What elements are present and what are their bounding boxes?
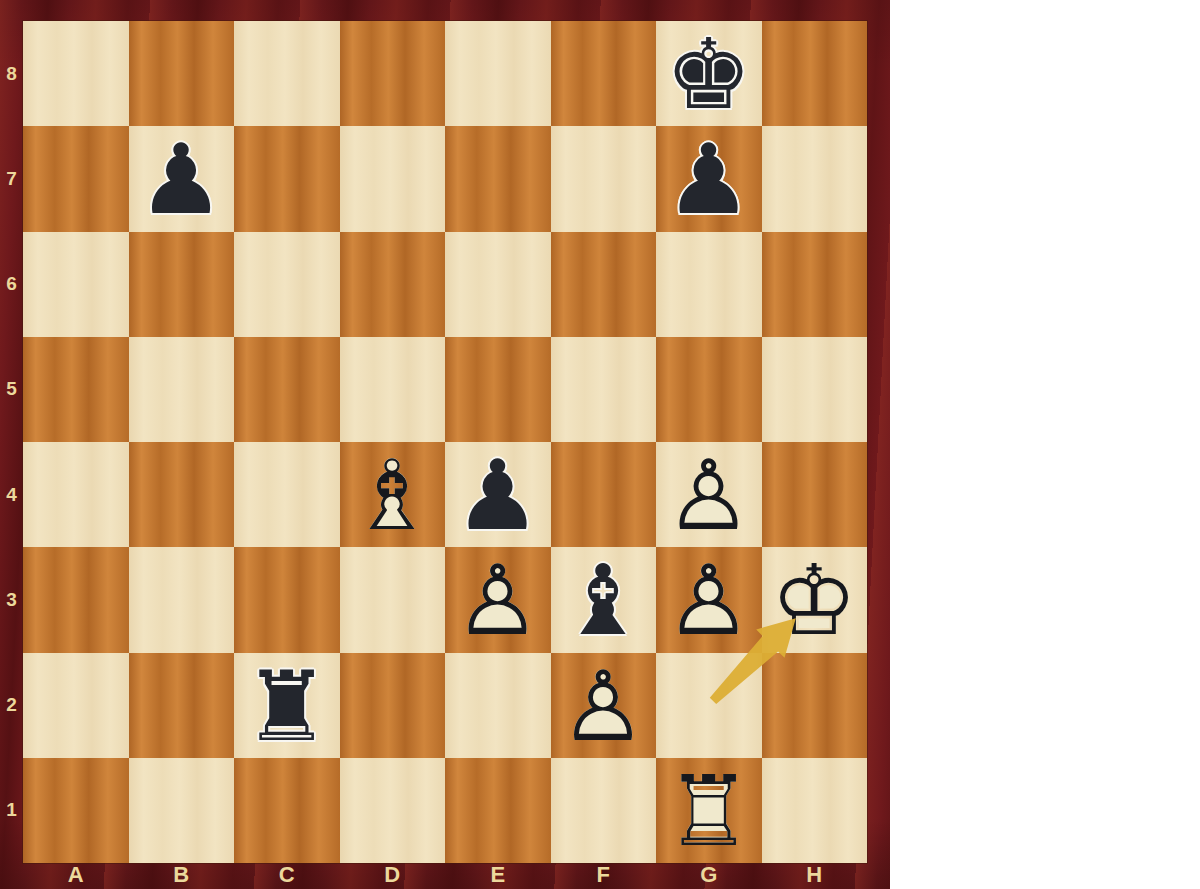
square-g4[interactable]: ♟♙	[656, 442, 762, 547]
square-a5[interactable]	[23, 337, 129, 442]
white-pawn[interactable]: ♟♙	[551, 653, 657, 758]
black-king-glyph: ♚	[665, 22, 752, 127]
square-e2[interactable]	[445, 653, 551, 758]
white-pawn[interactable]: ♟♙	[445, 547, 551, 652]
square-g7[interactable]: ♟	[656, 126, 762, 231]
white-pawn[interactable]: ♟♙	[656, 547, 762, 652]
file-label-f: F	[551, 861, 657, 889]
square-a8[interactable]	[23, 21, 129, 126]
square-g5[interactable]	[656, 337, 762, 442]
file-label-d: D	[340, 861, 446, 889]
rank-label-2: 2	[0, 653, 23, 758]
square-f8[interactable]	[551, 21, 657, 126]
board-frame: ♚♟♟♝♗♟♟♙♟♙♝♟♙♚♔♜♟♙♜♖ 87654321 ABCDEFGH	[0, 0, 890, 889]
rank-label-4: 4	[0, 442, 23, 547]
square-e1[interactable]	[445, 758, 551, 863]
square-h6[interactable]	[762, 232, 868, 337]
square-c6[interactable]	[234, 232, 340, 337]
white-rook-outline-glyph: ♖	[665, 759, 752, 864]
square-g1[interactable]: ♜♖	[656, 758, 762, 863]
white-pawn-outline-glyph: ♙	[665, 443, 752, 548]
square-a3[interactable]	[23, 547, 129, 652]
square-b2[interactable]	[129, 653, 235, 758]
black-rook-glyph: ♜	[243, 654, 330, 759]
square-d5[interactable]	[340, 337, 446, 442]
square-h8[interactable]	[762, 21, 868, 126]
white-bishop-outline-glyph: ♗	[349, 443, 436, 548]
black-pawn-glyph: ♟	[138, 127, 225, 232]
square-b6[interactable]	[129, 232, 235, 337]
square-e6[interactable]	[445, 232, 551, 337]
rank-label-6: 6	[0, 232, 23, 337]
square-d1[interactable]	[340, 758, 446, 863]
rank-labels: 87654321	[0, 21, 23, 863]
square-f4[interactable]	[551, 442, 657, 547]
board: ♚♟♟♝♗♟♟♙♟♙♝♟♙♚♔♜♟♙♜♖	[23, 21, 867, 863]
file-label-b: B	[129, 861, 235, 889]
black-rook[interactable]: ♜	[234, 653, 340, 758]
white-king-outline-glyph: ♔	[771, 548, 858, 653]
file-labels: ABCDEFGH	[23, 861, 867, 889]
square-d6[interactable]	[340, 232, 446, 337]
square-c8[interactable]	[234, 21, 340, 126]
square-f5[interactable]	[551, 337, 657, 442]
square-b4[interactable]	[129, 442, 235, 547]
square-c1[interactable]	[234, 758, 340, 863]
square-c2[interactable]: ♜	[234, 653, 340, 758]
square-b1[interactable]	[129, 758, 235, 863]
black-pawn-glyph: ♟	[454, 443, 541, 548]
square-h2[interactable]	[762, 653, 868, 758]
square-c7[interactable]	[234, 126, 340, 231]
white-king[interactable]: ♚♔	[762, 547, 868, 652]
black-bishop-glyph: ♝	[560, 548, 647, 653]
square-f7[interactable]	[551, 126, 657, 231]
file-label-a: A	[23, 861, 129, 889]
black-pawn[interactable]: ♟	[656, 126, 762, 231]
square-e5[interactable]	[445, 337, 551, 442]
black-pawn-glyph: ♟	[665, 127, 752, 232]
square-h4[interactable]	[762, 442, 868, 547]
square-d2[interactable]	[340, 653, 446, 758]
square-d4[interactable]: ♝♗	[340, 442, 446, 547]
square-f3[interactable]: ♝	[551, 547, 657, 652]
square-e8[interactable]	[445, 21, 551, 126]
black-pawn[interactable]: ♟	[129, 126, 235, 231]
square-a6[interactable]	[23, 232, 129, 337]
square-a2[interactable]	[23, 653, 129, 758]
file-label-h: H	[762, 861, 868, 889]
square-f1[interactable]	[551, 758, 657, 863]
white-bishop[interactable]: ♝♗	[340, 442, 446, 547]
square-e4[interactable]: ♟	[445, 442, 551, 547]
rank-label-5: 5	[0, 337, 23, 442]
square-e3[interactable]: ♟♙	[445, 547, 551, 652]
square-f2[interactable]: ♟♙	[551, 653, 657, 758]
square-h5[interactable]	[762, 337, 868, 442]
square-g6[interactable]	[656, 232, 762, 337]
square-a1[interactable]	[23, 758, 129, 863]
square-h7[interactable]	[762, 126, 868, 231]
file-label-c: C	[234, 861, 340, 889]
square-d8[interactable]	[340, 21, 446, 126]
rank-label-8: 8	[0, 21, 23, 126]
rank-label-7: 7	[0, 126, 23, 231]
square-h3[interactable]: ♚♔	[762, 547, 868, 652]
rank-label-1: 1	[0, 758, 23, 863]
square-a7[interactable]	[23, 126, 129, 231]
square-b7[interactable]: ♟	[129, 126, 235, 231]
square-g8[interactable]: ♚	[656, 21, 762, 126]
rank-label-3: 3	[0, 547, 23, 652]
square-c4[interactable]	[234, 442, 340, 547]
black-pawn[interactable]: ♟	[445, 442, 551, 547]
square-f6[interactable]	[551, 232, 657, 337]
white-pawn[interactable]: ♟♙	[656, 442, 762, 547]
square-d3[interactable]	[340, 547, 446, 652]
file-label-e: E	[445, 861, 551, 889]
square-a4[interactable]	[23, 442, 129, 547]
square-g2[interactable]	[656, 653, 762, 758]
square-h1[interactable]	[762, 758, 868, 863]
file-label-g: G	[656, 861, 762, 889]
square-b3[interactable]	[129, 547, 235, 652]
black-bishop[interactable]: ♝	[551, 547, 657, 652]
square-c3[interactable]	[234, 547, 340, 652]
black-king[interactable]: ♚	[656, 21, 762, 126]
white-pawn-outline-glyph: ♙	[665, 548, 752, 653]
white-rook[interactable]: ♜♖	[656, 758, 762, 863]
square-g3[interactable]: ♟♙	[656, 547, 762, 652]
square-b5[interactable]	[129, 337, 235, 442]
square-d7[interactable]	[340, 126, 446, 231]
square-b8[interactable]	[129, 21, 235, 126]
square-e7[interactable]	[445, 126, 551, 231]
white-pawn-outline-glyph: ♙	[454, 548, 541, 653]
white-pawn-outline-glyph: ♙	[560, 654, 647, 759]
square-c5[interactable]	[234, 337, 340, 442]
